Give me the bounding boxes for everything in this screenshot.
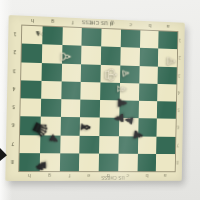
square-g3 xyxy=(41,63,61,82)
coordinate-label: f xyxy=(62,18,82,27)
coordinate-label: 5 xyxy=(8,98,20,116)
coordinate-label: e xyxy=(79,171,99,180)
square-d8 xyxy=(99,153,119,171)
square-g6 xyxy=(40,117,60,135)
square-h8 xyxy=(19,153,40,171)
brand-bottom: US CHESS xyxy=(101,175,124,180)
square-h5 xyxy=(20,98,41,117)
board-grid xyxy=(19,26,177,172)
square-a8 xyxy=(156,154,175,172)
square-a2 xyxy=(158,49,177,67)
brand-top: ♔ US CHESS xyxy=(82,18,115,25)
square-a5 xyxy=(157,101,176,119)
square-e7 xyxy=(79,135,99,153)
square-b8 xyxy=(137,154,156,172)
square-g4 xyxy=(41,81,61,100)
square-e3 xyxy=(81,64,101,82)
square-h3 xyxy=(21,62,42,81)
square-b6 xyxy=(138,118,157,136)
square-g1 xyxy=(42,26,62,45)
square-e1 xyxy=(82,28,102,47)
square-b5 xyxy=(138,101,157,119)
square-a3 xyxy=(158,66,177,84)
square-h4 xyxy=(21,80,42,99)
square-b4 xyxy=(139,83,158,101)
square-b2 xyxy=(139,48,158,66)
coordinate-label: b xyxy=(140,22,159,30)
square-f6 xyxy=(60,117,80,135)
square-f1 xyxy=(62,27,82,46)
coordinate-label: 3 xyxy=(8,62,20,81)
square-e8 xyxy=(79,153,99,171)
coordinate-label: 4 xyxy=(8,80,20,98)
square-g7 xyxy=(40,135,60,153)
square-a6 xyxy=(157,119,176,137)
square-c7 xyxy=(118,136,137,154)
square-f2 xyxy=(62,45,82,64)
photo-background: hgfedcba hgfedcba 12345678 12345678 ♘♞ ♔… xyxy=(0,0,200,200)
coordinate-label: a xyxy=(156,171,175,180)
coordinate-label: 2 xyxy=(9,43,21,62)
coordinate-label: h xyxy=(22,17,42,26)
square-d1 xyxy=(101,29,121,47)
square-a1 xyxy=(158,31,177,49)
square-e2 xyxy=(81,46,101,64)
chess-board: hgfedcba hgfedcba 12345678 12345678 ♘♞ ♔… xyxy=(5,15,185,181)
square-f7 xyxy=(60,135,80,153)
square-c2 xyxy=(120,47,139,65)
square-d2 xyxy=(101,47,121,65)
coordinate-label: h xyxy=(19,171,39,180)
square-a7 xyxy=(156,136,175,154)
square-d3 xyxy=(100,64,120,82)
square-c3 xyxy=(120,65,139,83)
square-c4 xyxy=(119,83,138,101)
square-g8 xyxy=(39,153,59,171)
square-a4 xyxy=(157,84,176,102)
square-c1 xyxy=(120,30,139,48)
square-c8 xyxy=(118,153,137,171)
square-d4 xyxy=(100,82,120,100)
square-f8 xyxy=(59,153,79,171)
corner-knight-logo-icon: ♘♞ xyxy=(37,29,45,37)
square-f5 xyxy=(60,99,80,117)
coordinate-label: 6 xyxy=(7,116,19,134)
coordinate-label: 1 xyxy=(9,25,21,44)
square-h7 xyxy=(20,135,41,153)
brand-bottom-label: US CHESS xyxy=(101,175,124,180)
coordinate-label: 7 xyxy=(7,135,19,153)
square-b1 xyxy=(140,30,159,48)
square-d7 xyxy=(99,136,119,154)
coordinate-label: f xyxy=(59,171,79,180)
square-g5 xyxy=(41,99,61,117)
square-f4 xyxy=(61,81,81,99)
square-b7 xyxy=(137,136,156,154)
square-g2 xyxy=(42,45,62,64)
coordinates-bottom: hgfedcba xyxy=(19,171,175,180)
square-h2 xyxy=(21,44,42,63)
square-e5 xyxy=(80,100,100,118)
coordinate-label: c xyxy=(121,21,140,30)
square-f3 xyxy=(61,63,81,81)
square-h6 xyxy=(20,116,41,134)
square-e4 xyxy=(81,82,101,100)
square-e6 xyxy=(80,117,100,135)
coordinate-label: g xyxy=(42,18,62,27)
square-d5 xyxy=(100,100,120,118)
square-b3 xyxy=(139,66,158,84)
coordinate-label: a xyxy=(159,23,178,31)
brand-top-label: US CHESS xyxy=(82,19,108,25)
coordinate-label: g xyxy=(39,171,59,180)
square-d6 xyxy=(99,118,119,136)
square-c6 xyxy=(119,118,138,136)
square-c5 xyxy=(119,100,138,118)
coordinate-label: 8 xyxy=(6,153,18,171)
crown-icon: ♔ xyxy=(110,19,115,25)
coordinate-label: b xyxy=(137,171,156,180)
